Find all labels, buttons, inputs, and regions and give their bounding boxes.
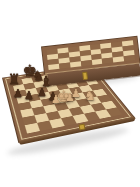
dark-pawn-1-piece: ♟: [13, 88, 23, 99]
light-pawn-3-piece: ♟: [71, 88, 81, 99]
chess-pieces-layer: ♜♚♞♝♟♟♟♟♟♚♟♟♞: [0, 0, 140, 187]
dark-pawn-3-piece: ♟: [37, 87, 47, 98]
dark-rook-piece: ♜: [8, 72, 21, 86]
chess-set-product-photo: ♜♚♞♝♟♟♟♟♟♚♟♟♞: [0, 0, 140, 187]
light-knight-piece: ♞: [84, 89, 96, 102]
dark-pawn-2-piece: ♟: [24, 90, 34, 101]
